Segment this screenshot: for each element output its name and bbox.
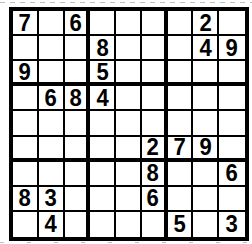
cell-r4c7[interactable] (168, 86, 194, 111)
cell-r1c6[interactable] (142, 11, 168, 36)
cell-digit: 8 (96, 36, 108, 60)
cell-digit: 6 (226, 162, 238, 186)
cell-r7c5[interactable] (116, 162, 142, 187)
cell-r6c4[interactable] (90, 137, 116, 162)
cell-r3c1[interactable]: 9 (13, 61, 39, 86)
cell-digit: 7 (173, 137, 185, 160)
cell-r8c4[interactable] (90, 187, 116, 212)
cell-r5c6[interactable] (142, 111, 168, 136)
cell-r6c2[interactable] (39, 137, 65, 162)
cell-digit: 4 (199, 36, 211, 60)
cell-digit: 4 (45, 212, 57, 236)
cell-r9c3[interactable] (65, 212, 91, 237)
cell-r2c8[interactable]: 4 (193, 36, 219, 61)
cell-r9c4[interactable] (90, 212, 116, 237)
cell-r1c5[interactable] (116, 11, 142, 36)
cell-r3c4[interactable]: 5 (90, 61, 116, 86)
cell-r8c5[interactable] (116, 187, 142, 212)
cell-r5c5[interactable] (116, 111, 142, 136)
cell-r5c3[interactable] (65, 111, 91, 136)
cell-r4c8[interactable] (193, 86, 219, 111)
cell-r2c9[interactable]: 9 (219, 36, 245, 61)
cell-digit: 7 (19, 11, 31, 35)
cell-digit: 6 (147, 187, 159, 211)
cell-digit: 3 (226, 212, 238, 236)
cell-r7c8[interactable] (193, 162, 219, 187)
crop-mark-top (0, 2, 252, 3)
cell-r3c6[interactable] (142, 61, 168, 86)
cell-r7c4[interactable] (90, 162, 116, 187)
cell-digit: 6 (69, 11, 81, 35)
cell-r9c7[interactable]: 5 (168, 212, 194, 237)
cell-digit: 8 (19, 187, 31, 211)
cell-r7c1[interactable] (13, 162, 39, 187)
cell-digit: 3 (45, 187, 57, 211)
cell-r2c5[interactable] (116, 36, 142, 61)
cell-r2c3[interactable] (65, 36, 91, 61)
cell-r8c6[interactable]: 6 (142, 187, 168, 212)
cell-r3c2[interactable] (39, 61, 65, 86)
cell-r7c9[interactable]: 6 (219, 162, 245, 187)
cell-digit: 8 (69, 86, 81, 110)
cell-r9c5[interactable] (116, 212, 142, 237)
cell-r5c4[interactable] (90, 111, 116, 136)
cell-r7c2[interactable] (39, 162, 65, 187)
cell-r3c9[interactable] (219, 61, 245, 86)
cell-r5c8[interactable] (193, 111, 219, 136)
cell-r5c9[interactable] (219, 111, 245, 136)
cell-digit: 5 (96, 61, 108, 84)
cell-r3c3[interactable] (65, 61, 91, 86)
cell-digit: 6 (45, 86, 57, 110)
cell-r2c7[interactable] (168, 36, 194, 61)
cell-digit: 9 (199, 137, 211, 160)
cell-r9c1[interactable] (13, 212, 39, 237)
cell-r4c4[interactable]: 4 (90, 86, 116, 111)
cell-r8c8[interactable] (193, 187, 219, 212)
cell-r2c6[interactable] (142, 36, 168, 61)
cell-digit: 8 (147, 162, 159, 186)
cell-r6c6[interactable]: 2 (142, 137, 168, 162)
cell-r1c4[interactable] (90, 11, 116, 36)
crop-mark-bottom (0, 242, 252, 243)
cell-r9c6[interactable] (142, 212, 168, 237)
cell-r1c1[interactable]: 7 (13, 11, 39, 36)
cell-r7c3[interactable] (65, 162, 91, 187)
cell-digit: 2 (147, 137, 159, 160)
cell-r1c3[interactable]: 6 (65, 11, 91, 36)
cell-r9c9[interactable]: 3 (219, 212, 245, 237)
cell-r3c8[interactable] (193, 61, 219, 86)
cell-r2c2[interactable] (39, 36, 65, 61)
cell-digit: 9 (226, 36, 238, 60)
cell-r1c7[interactable] (168, 11, 194, 36)
cell-r5c2[interactable] (39, 111, 65, 136)
cell-r8c7[interactable] (168, 187, 194, 212)
cell-r3c5[interactable] (116, 61, 142, 86)
cell-r4c2[interactable]: 6 (39, 86, 65, 111)
cell-r6c9[interactable] (219, 137, 245, 162)
cell-r4c9[interactable] (219, 86, 245, 111)
cell-digit: 5 (173, 212, 185, 236)
cell-r9c2[interactable]: 4 (39, 212, 65, 237)
sudoku-board: 7628499568427986836453 (9, 7, 249, 241)
cell-r6c1[interactable] (13, 137, 39, 162)
cell-digit: 4 (96, 86, 108, 110)
cell-r3c7[interactable] (168, 61, 194, 86)
cell-r1c2[interactable] (39, 11, 65, 36)
cell-r8c3[interactable] (65, 187, 91, 212)
cell-digit: 9 (19, 61, 31, 84)
cell-digit: 2 (199, 11, 211, 35)
cell-r8c1[interactable]: 8 (13, 187, 39, 212)
cell-r2c4[interactable]: 8 (90, 36, 116, 61)
cell-r6c8[interactable]: 9 (193, 137, 219, 162)
cell-r9c8[interactable] (193, 212, 219, 237)
cell-r1c8[interactable]: 2 (193, 11, 219, 36)
cell-r5c7[interactable] (168, 111, 194, 136)
cell-r4c6[interactable] (142, 86, 168, 111)
cell-r1c9[interactable] (219, 11, 245, 36)
cell-r6c7[interactable]: 7 (168, 137, 194, 162)
cell-r7c7[interactable] (168, 162, 194, 187)
cell-r4c5[interactable] (116, 86, 142, 111)
cell-r4c3[interactable]: 8 (65, 86, 91, 111)
sudoku-page: { "game": "Sudoku", "position": "7.6....… (0, 0, 252, 244)
cell-r7c6[interactable]: 8 (142, 162, 168, 187)
cell-r5c1[interactable] (13, 111, 39, 136)
cell-r8c2[interactable]: 3 (39, 187, 65, 212)
cell-r6c5[interactable] (116, 137, 142, 162)
cell-r2c1[interactable] (13, 36, 39, 61)
cell-r6c3[interactable] (65, 137, 91, 162)
cell-r4c1[interactable] (13, 86, 39, 111)
cell-r8c9[interactable] (219, 187, 245, 212)
